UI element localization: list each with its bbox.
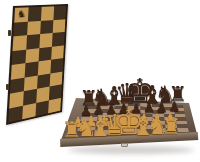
board-square (177, 128, 189, 132)
board-square (140, 129, 153, 134)
board-squares (76, 101, 189, 136)
chess-board: ♜♞♝♛♚♝♞♜♟♟♟♟♟♟♟♟♟♟♟♟♟♟♟♟♜♞♝♛♚♝♞♜ (0, 0, 200, 162)
board-shadow (68, 146, 194, 154)
board-square (110, 129, 126, 134)
board-square (94, 130, 111, 135)
chess-set-photo: ♞ ♜♞♝♛♚♝♞♜♟♟♟♟♟♟♟♟♟♟♟♟♟♟♟♟♜♞♝♛♚♝♞♜ (0, 0, 200, 162)
board-square (126, 129, 140, 134)
clasp-icon (121, 143, 128, 147)
board-square (153, 128, 166, 132)
board-square (76, 130, 95, 135)
board-square (166, 128, 178, 132)
